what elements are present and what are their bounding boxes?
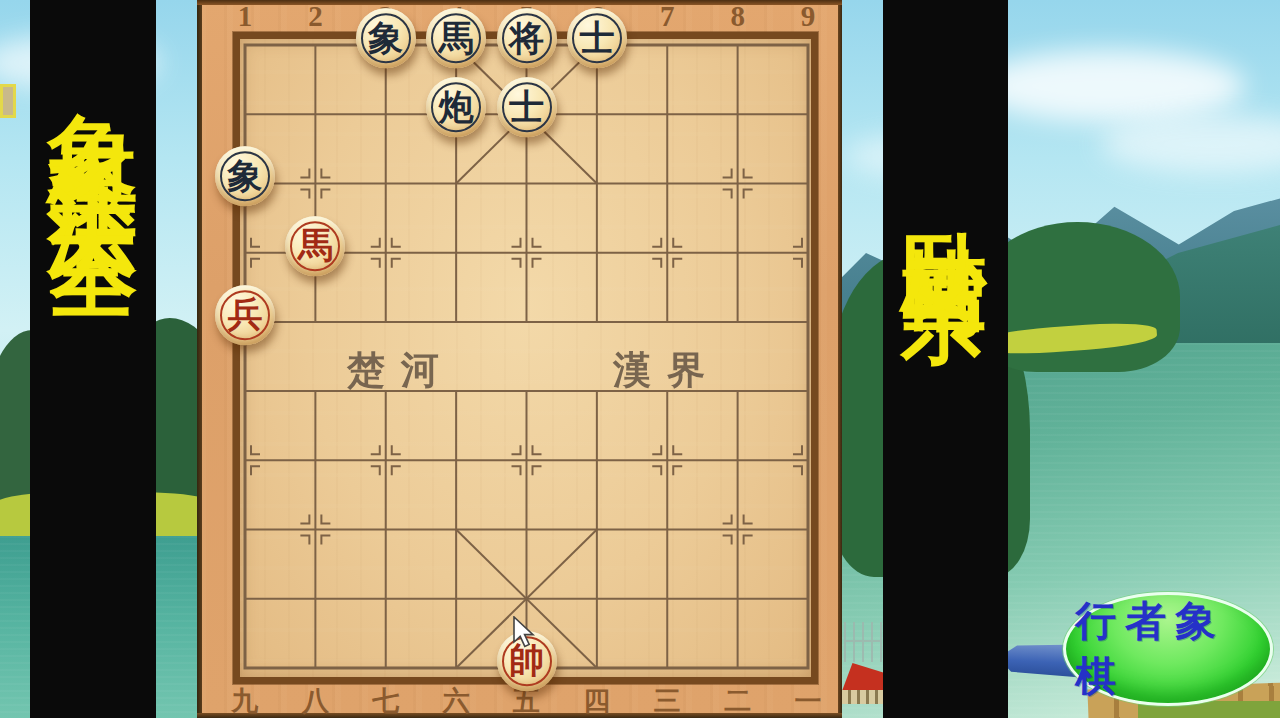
- right-title-banner: 卧槽马杀: [883, 0, 1008, 718]
- file-label-bottom: 九: [232, 683, 259, 718]
- screen: 楚河 漢界 123456789九八七六五四三二一象馬将士炮士象馬兵帥 象棋杀法大…: [0, 0, 1280, 718]
- piece-character: 炮: [426, 77, 486, 137]
- piece-red-soldier[interactable]: 兵: [215, 285, 275, 345]
- piece-black-advisor[interactable]: 士: [567, 8, 627, 68]
- app-watermark-text: 行者象棋: [1066, 594, 1270, 704]
- dock-railing: [844, 622, 882, 662]
- piece-character: 馬: [426, 8, 486, 68]
- piece-red-horse[interactable]: 馬: [285, 216, 345, 276]
- right-banner-text: 卧槽马杀: [887, 0, 1004, 718]
- piece-character: 馬: [285, 216, 345, 276]
- file-label-bottom: 七: [372, 683, 399, 718]
- piece-character: 将: [497, 8, 557, 68]
- file-label-bottom: 一: [795, 683, 822, 718]
- piece-character: 士: [567, 8, 627, 68]
- left-title-banner: 象棋杀法大全: [30, 0, 156, 718]
- background-detail: [0, 84, 16, 118]
- file-label-bottom: 三: [654, 683, 681, 718]
- file-label-top: 8: [730, 0, 745, 33]
- file-label-bottom: 四: [583, 683, 610, 718]
- xiangqi-board[interactable]: 楚河 漢界 123456789九八七六五四三二一象馬将士炮士象馬兵帥: [197, 0, 842, 718]
- mouse-cursor: [513, 616, 537, 648]
- piece-character: 士: [497, 77, 557, 137]
- file-label-bottom: 八: [302, 683, 329, 718]
- file-label-top: 2: [308, 0, 323, 33]
- board-edge: [838, 0, 842, 718]
- file-label-bottom: 二: [724, 683, 751, 718]
- piece-black-general[interactable]: 将: [497, 8, 557, 68]
- boat-planks: [842, 690, 884, 704]
- piece-character: 象: [356, 8, 416, 68]
- board-grid: [245, 45, 808, 668]
- piece-character: 象: [215, 147, 275, 207]
- file-label-top: 9: [801, 0, 816, 33]
- piece-black-cannon[interactable]: 炮: [426, 77, 486, 137]
- app-watermark-badge: 行者象棋: [1063, 592, 1273, 706]
- file-label-top: 7: [660, 0, 675, 33]
- file-label-top: 1: [238, 0, 253, 33]
- file-label-bottom: 六: [443, 683, 470, 718]
- piece-black-elephant[interactable]: 象: [356, 8, 416, 68]
- cloud: [975, 50, 1245, 122]
- left-banner-text: 象棋杀法大全: [32, 0, 154, 718]
- piece-black-elephant[interactable]: 象: [215, 147, 275, 207]
- piece-black-horse[interactable]: 馬: [426, 8, 486, 68]
- board-edge: [197, 0, 202, 718]
- piece-black-advisor[interactable]: 士: [497, 77, 557, 137]
- piece-character: 兵: [215, 285, 275, 345]
